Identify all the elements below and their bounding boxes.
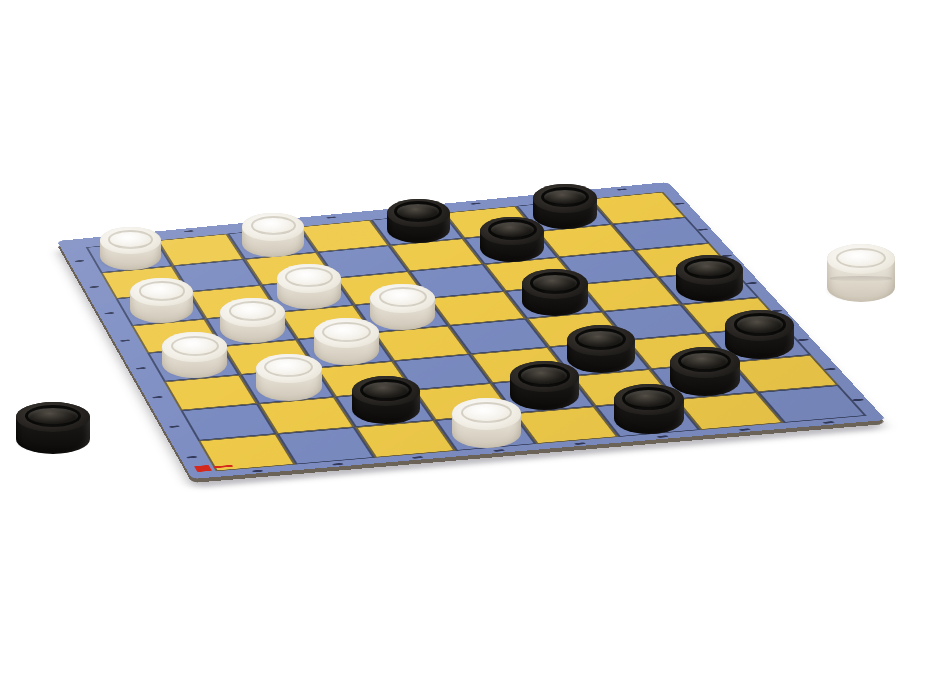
piece-top [256, 354, 322, 384]
piece-top [387, 199, 450, 227]
piece-top [100, 227, 161, 255]
piece-top [16, 402, 90, 432]
piece-top [522, 269, 588, 299]
piece-top [220, 298, 284, 327]
piece-top [242, 213, 304, 241]
photo-stage: Checkers board with white and black piec… [0, 0, 928, 686]
piece-top [162, 332, 227, 361]
piece-top [827, 244, 895, 274]
piece-top [676, 255, 743, 285]
piece-top [533, 184, 597, 213]
piece-top [452, 398, 521, 429]
pieces-layer [0, 0, 928, 686]
piece-top [567, 325, 635, 356]
piece-top [352, 376, 420, 407]
piece-top [370, 284, 435, 313]
piece-top [314, 318, 380, 348]
piece-top [670, 347, 740, 378]
piece-top [510, 361, 579, 392]
piece-top [277, 264, 341, 293]
